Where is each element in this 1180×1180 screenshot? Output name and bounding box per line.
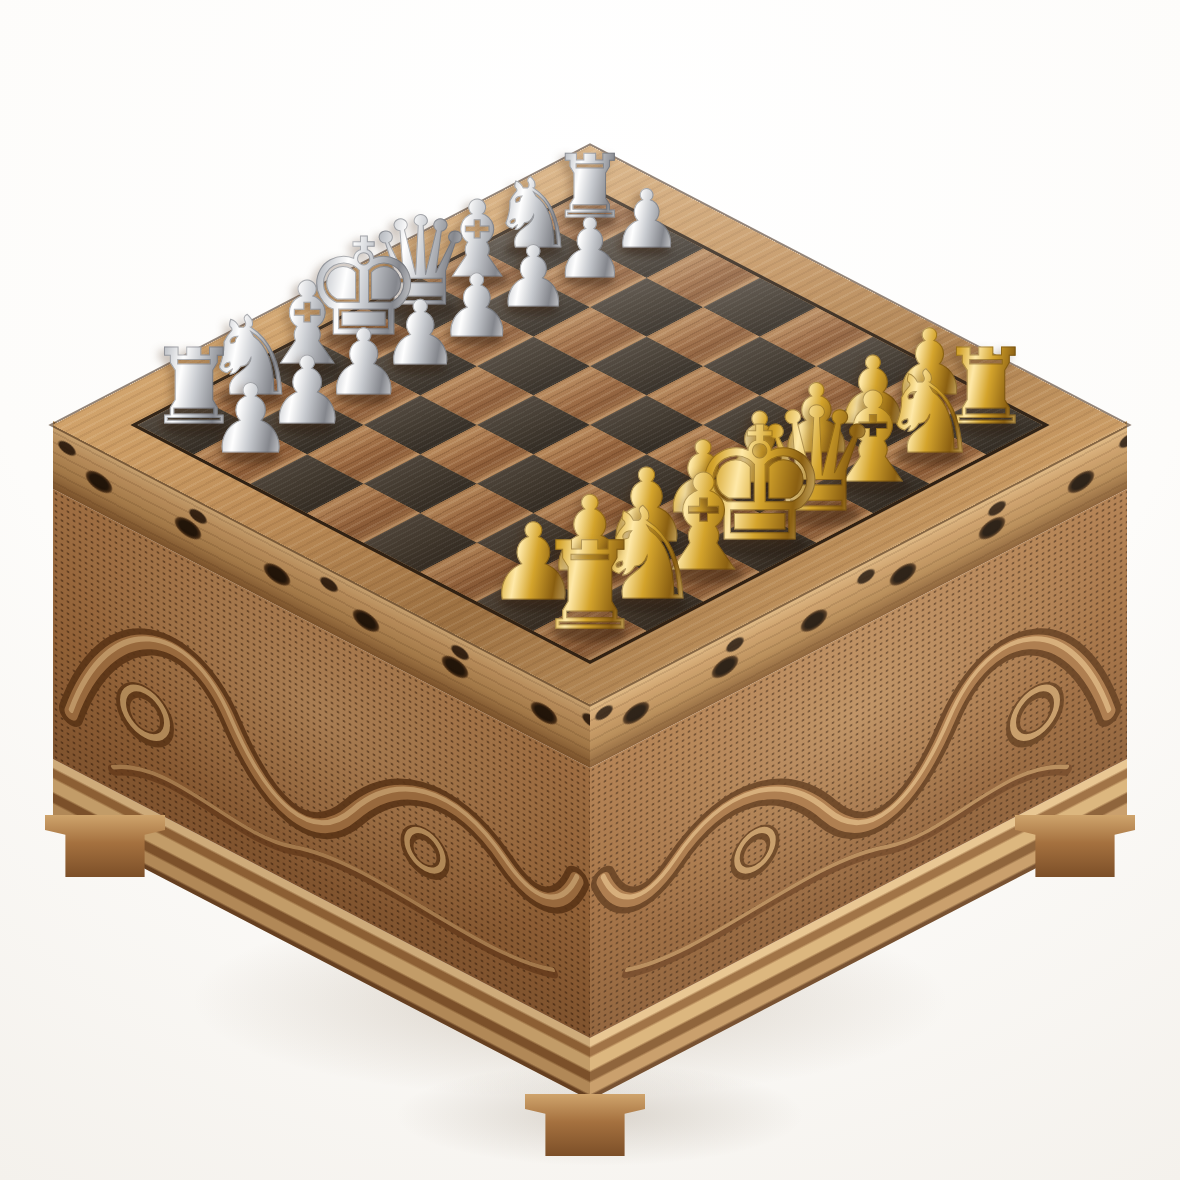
- square-f5: [590, 337, 703, 396]
- piece-silver-pawn-a7: ♟: [208, 373, 293, 468]
- square-a4: [364, 513, 477, 572]
- square-c5: [420, 425, 533, 484]
- square-a5: [307, 484, 420, 543]
- square-b5: [364, 454, 477, 513]
- square-d5: [477, 396, 590, 455]
- piece-gold-rook-a1: ♜: [536, 526, 644, 647]
- chess-set-photo: ♜♞♝♚♛♝♞♜♟♟♟♟♟♟♟♟♟♟♟♟♟♟♟♟♜♞♝♚♛♝♞♜: [0, 0, 1180, 1180]
- square-g5: [647, 307, 760, 366]
- square-e5: [533, 366, 646, 425]
- square-h5: [703, 278, 816, 337]
